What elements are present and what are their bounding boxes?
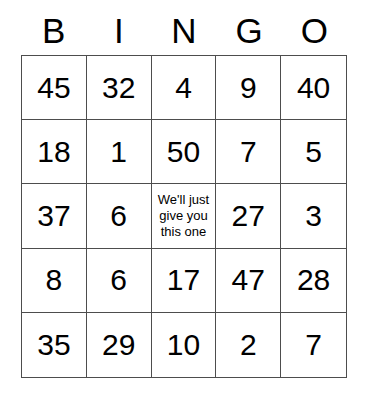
bingo-cell-r1c0[interactable]: 18	[22, 120, 87, 184]
bingo-cell-r3c1[interactable]: 6	[87, 249, 152, 313]
bingo-cell-r2c1[interactable]: 6	[87, 184, 152, 248]
header-letter-g: G	[217, 13, 282, 55]
bingo-cell-r3c4[interactable]: 28	[281, 249, 346, 313]
bingo-cell-r0c1[interactable]: 32	[87, 56, 152, 120]
bingo-board: 45 32 4 9 40 18 1 50 7 5 37 6 We'll just…	[21, 55, 347, 378]
bingo-cell-r4c1[interactable]: 29	[87, 313, 152, 377]
bingo-cell-r4c4[interactable]: 7	[281, 313, 346, 377]
bingo-cell-r4c0[interactable]: 35	[22, 313, 87, 377]
bingo-cell-r1c2[interactable]: 50	[152, 120, 217, 184]
bingo-cell-r0c4[interactable]: 40	[281, 56, 346, 120]
bingo-cell-r4c3[interactable]: 2	[216, 313, 281, 377]
bingo-cell-r0c0[interactable]: 45	[22, 56, 87, 120]
header-letter-n: N	[151, 13, 216, 55]
bingo-cell-r3c0[interactable]: 8	[22, 249, 87, 313]
bingo-cell-free-space[interactable]: We'll just give you this one	[152, 184, 217, 248]
bingo-cell-r1c3[interactable]: 7	[216, 120, 281, 184]
bingo-cell-r0c2[interactable]: 4	[152, 56, 217, 120]
bingo-cell-r4c2[interactable]: 10	[152, 313, 217, 377]
bingo-cell-r1c1[interactable]: 1	[87, 120, 152, 184]
bingo-cell-r2c3[interactable]: 27	[216, 184, 281, 248]
bingo-cell-r0c3[interactable]: 9	[216, 56, 281, 120]
header-letter-o: O	[282, 13, 347, 55]
bingo-cell-r1c4[interactable]: 5	[281, 120, 346, 184]
header-letter-b: B	[21, 13, 86, 55]
bingo-header: B I N G O	[21, 0, 347, 55]
bingo-card: B I N G O 45 32 4 9 40 18 1 50 7 5 37 6 …	[0, 0, 368, 400]
bingo-cell-r2c4[interactable]: 3	[281, 184, 346, 248]
header-letter-i: I	[86, 13, 151, 55]
bingo-cell-r2c0[interactable]: 37	[22, 184, 87, 248]
bingo-cell-r3c3[interactable]: 47	[216, 249, 281, 313]
bingo-cell-r3c2[interactable]: 17	[152, 249, 217, 313]
